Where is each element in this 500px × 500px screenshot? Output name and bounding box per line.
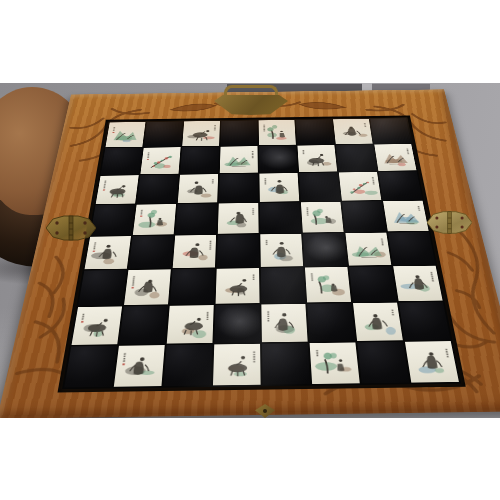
square-c5[interactable] [175, 204, 217, 235]
square-f1[interactable] [310, 342, 360, 384]
square-h2[interactable] [399, 302, 451, 340]
square-a8[interactable] [105, 122, 145, 147]
square-h5[interactable] [383, 201, 429, 232]
square-b3[interactable] [124, 269, 171, 305]
photo-canvas [0, 0, 500, 500]
square-c6[interactable] [178, 174, 218, 203]
square-c4[interactable] [173, 235, 216, 268]
square-f6[interactable] [299, 172, 340, 201]
square-h7[interactable] [374, 144, 416, 171]
square-f3[interactable] [305, 267, 351, 303]
square-b2[interactable] [119, 306, 168, 344]
square-b7[interactable] [140, 147, 180, 174]
right-hinge-icon [427, 209, 472, 236]
square-b1[interactable] [114, 345, 165, 387]
square-g7[interactable] [336, 145, 377, 172]
square-d4[interactable] [217, 234, 259, 267]
square-g8[interactable] [333, 119, 373, 144]
square-d8[interactable] [221, 120, 258, 145]
square-f5[interactable] [301, 202, 344, 233]
square-g4[interactable] [345, 233, 391, 266]
square-h1[interactable] [405, 341, 459, 382]
square-a6[interactable] [96, 175, 139, 204]
square-d6[interactable] [219, 174, 258, 203]
square-f7[interactable] [297, 145, 337, 172]
square-e8[interactable] [259, 120, 296, 145]
square-c3[interactable] [170, 269, 215, 305]
chessboard[interactable] [0, 89, 500, 418]
square-c8[interactable] [182, 121, 220, 146]
square-e5[interactable] [260, 202, 301, 233]
board-grid [62, 117, 461, 389]
square-d1[interactable] [213, 344, 261, 386]
square-e7[interactable] [259, 146, 298, 173]
square-h3[interactable] [393, 266, 442, 301]
square-f2[interactable] [307, 303, 355, 341]
square-h4[interactable] [388, 232, 435, 265]
square-g5[interactable] [342, 201, 386, 232]
square-d5[interactable] [218, 203, 259, 234]
square-a1[interactable] [64, 346, 117, 388]
square-g2[interactable] [353, 303, 403, 341]
square-e1[interactable] [262, 343, 310, 385]
square-g6[interactable] [339, 172, 381, 201]
photo-scene [0, 83, 500, 418]
square-e6[interactable] [259, 173, 299, 202]
square-h8[interactable] [370, 118, 411, 143]
letterbox-bottom [0, 418, 500, 500]
square-b8[interactable] [144, 121, 183, 146]
board-tilt-wrapper [0, 83, 500, 418]
square-a7[interactable] [101, 148, 142, 175]
square-e3[interactable] [261, 268, 305, 304]
square-f4[interactable] [303, 233, 347, 266]
square-b5[interactable] [133, 204, 176, 235]
square-a3[interactable] [78, 270, 126, 306]
square-c2[interactable] [167, 305, 214, 343]
square-e4[interactable] [260, 234, 303, 267]
left-hinge-icon [46, 213, 96, 243]
square-g1[interactable] [357, 342, 409, 384]
square-c1[interactable] [163, 344, 212, 386]
square-a2[interactable] [72, 306, 123, 344]
square-d3[interactable] [216, 268, 260, 304]
square-f8[interactable] [296, 119, 334, 144]
square-e2[interactable] [261, 304, 307, 342]
square-d7[interactable] [220, 146, 258, 173]
letterbox-top [0, 0, 500, 83]
square-b6[interactable] [137, 175, 179, 204]
square-h6[interactable] [379, 171, 423, 200]
square-d2[interactable] [214, 305, 260, 343]
square-g3[interactable] [349, 266, 397, 302]
square-b4[interactable] [129, 236, 174, 269]
square-c7[interactable] [180, 147, 219, 174]
square-a5[interactable] [90, 205, 135, 236]
